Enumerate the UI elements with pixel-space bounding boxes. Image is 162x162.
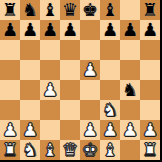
- square-d6[interactable]: [60, 40, 80, 60]
- square-g7[interactable]: ♟: [120, 20, 140, 40]
- square-f2[interactable]: ♟: [100, 120, 120, 140]
- square-e5[interactable]: ♟: [80, 60, 100, 80]
- black-pawn[interactable]: ♟: [40, 20, 60, 40]
- square-e2[interactable]: ♟: [80, 120, 100, 140]
- square-a3[interactable]: [0, 100, 20, 120]
- white-bishop[interactable]: ♝: [100, 140, 120, 160]
- square-a1[interactable]: ♜: [0, 140, 20, 160]
- white-pawn[interactable]: ♟: [40, 80, 60, 100]
- square-g8[interactable]: [120, 0, 140, 20]
- white-bishop[interactable]: ♝: [40, 140, 60, 160]
- square-h1[interactable]: ♜: [140, 140, 160, 160]
- square-g4[interactable]: ♞: [120, 80, 140, 100]
- square-h5[interactable]: [140, 60, 160, 80]
- square-f5[interactable]: [100, 60, 120, 80]
- square-e1[interactable]: ♚: [80, 140, 100, 160]
- black-pawn[interactable]: ♟: [60, 20, 80, 40]
- black-pawn[interactable]: ♟: [100, 20, 120, 40]
- square-b2[interactable]: ♟: [20, 120, 40, 140]
- black-bishop[interactable]: ♝: [100, 0, 120, 20]
- black-king[interactable]: ♚: [80, 0, 100, 20]
- square-b6[interactable]: [20, 40, 40, 60]
- square-g3[interactable]: [120, 100, 140, 120]
- white-rook[interactable]: ♜: [0, 140, 20, 160]
- white-pawn[interactable]: ♟: [80, 120, 100, 140]
- square-h4[interactable]: [140, 80, 160, 100]
- square-a2[interactable]: ♟: [0, 120, 20, 140]
- black-knight[interactable]: ♞: [20, 0, 40, 20]
- white-king[interactable]: ♚: [80, 140, 100, 160]
- square-h7[interactable]: ♟: [140, 20, 160, 40]
- square-d7[interactable]: ♟: [60, 20, 80, 40]
- square-c4[interactable]: ♟: [40, 80, 60, 100]
- black-bishop[interactable]: ♝: [40, 0, 60, 20]
- square-d3[interactable]: [60, 100, 80, 120]
- chess-screenshot: ♜♞♝♛♚♝♜♟♟♟♟♟♟♟♟♟♞♞♟♟♟♟♟♟♜♞♝♛♚♝♜: [0, 0, 162, 162]
- white-pawn[interactable]: ♟: [20, 120, 40, 140]
- square-a5[interactable]: [0, 60, 20, 80]
- square-b7[interactable]: ♟: [20, 20, 40, 40]
- square-c6[interactable]: [40, 40, 60, 60]
- square-c3[interactable]: [40, 100, 60, 120]
- white-rook[interactable]: ♜: [140, 140, 160, 160]
- square-f7[interactable]: ♟: [100, 20, 120, 40]
- square-e7[interactable]: [80, 20, 100, 40]
- square-h6[interactable]: [140, 40, 160, 60]
- square-c5[interactable]: [40, 60, 60, 80]
- square-c7[interactable]: ♟: [40, 20, 60, 40]
- square-c8[interactable]: ♝: [40, 0, 60, 20]
- square-g1[interactable]: [120, 140, 140, 160]
- square-f3[interactable]: ♞: [100, 100, 120, 120]
- square-d4[interactable]: [60, 80, 80, 100]
- black-queen[interactable]: ♛: [60, 0, 80, 20]
- square-e4[interactable]: [80, 80, 100, 100]
- square-h2[interactable]: ♟: [140, 120, 160, 140]
- square-e8[interactable]: ♚: [80, 0, 100, 20]
- square-a8[interactable]: ♜: [0, 0, 20, 20]
- square-f6[interactable]: [100, 40, 120, 60]
- square-c2[interactable]: [40, 120, 60, 140]
- white-queen[interactable]: ♛: [60, 140, 80, 160]
- white-pawn[interactable]: ♟: [100, 120, 120, 140]
- square-h3[interactable]: [140, 100, 160, 120]
- square-g2[interactable]: ♟: [120, 120, 140, 140]
- black-knight[interactable]: ♞: [120, 80, 140, 100]
- square-a7[interactable]: ♟: [0, 20, 20, 40]
- square-b1[interactable]: ♞: [20, 140, 40, 160]
- black-pawn[interactable]: ♟: [20, 20, 40, 40]
- square-h8[interactable]: ♜: [140, 0, 160, 20]
- square-a6[interactable]: [0, 40, 20, 60]
- square-e6[interactable]: [80, 40, 100, 60]
- white-knight[interactable]: ♞: [20, 140, 40, 160]
- black-pawn[interactable]: ♟: [0, 20, 20, 40]
- black-pawn[interactable]: ♟: [140, 20, 160, 40]
- square-e3[interactable]: [80, 100, 100, 120]
- square-f1[interactable]: ♝: [100, 140, 120, 160]
- white-pawn[interactable]: ♟: [140, 120, 160, 140]
- square-b5[interactable]: [20, 60, 40, 80]
- white-pawn[interactable]: ♟: [0, 120, 20, 140]
- black-rook[interactable]: ♜: [0, 0, 20, 20]
- square-d5[interactable]: [60, 60, 80, 80]
- square-b3[interactable]: [20, 100, 40, 120]
- square-d8[interactable]: ♛: [60, 0, 80, 20]
- square-f4[interactable]: [100, 80, 120, 100]
- square-c1[interactable]: ♝: [40, 140, 60, 160]
- square-g5[interactable]: [120, 60, 140, 80]
- square-d2[interactable]: [60, 120, 80, 140]
- square-f8[interactable]: ♝: [100, 0, 120, 20]
- chess-board: ♜♞♝♛♚♝♜♟♟♟♟♟♟♟♟♟♞♞♟♟♟♟♟♟♜♞♝♛♚♝♜: [0, 0, 160, 160]
- square-b8[interactable]: ♞: [20, 0, 40, 20]
- white-knight[interactable]: ♞: [100, 100, 120, 120]
- square-d1[interactable]: ♛: [60, 140, 80, 160]
- white-pawn[interactable]: ♟: [120, 120, 140, 140]
- black-rook[interactable]: ♜: [140, 0, 160, 20]
- black-pawn[interactable]: ♟: [120, 20, 140, 40]
- square-a4[interactable]: [0, 80, 20, 100]
- white-pawn[interactable]: ♟: [80, 60, 100, 80]
- square-b4[interactable]: [20, 80, 40, 100]
- square-g6[interactable]: [120, 40, 140, 60]
